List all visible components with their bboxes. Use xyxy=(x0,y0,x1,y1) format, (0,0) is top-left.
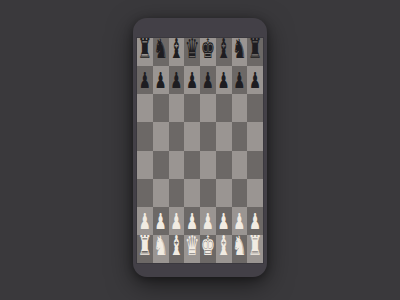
black-pawn: ♟ xyxy=(155,69,167,91)
white-pawn: ♟ xyxy=(171,210,183,232)
white-knight: ♞ xyxy=(153,233,167,260)
black-king: ♚ xyxy=(201,38,215,63)
square-f4[interactable] xyxy=(216,151,232,179)
white-knight: ♞ xyxy=(232,233,246,260)
white-pawn: ♟ xyxy=(234,210,246,232)
square-f7[interactable]: ♟ xyxy=(216,66,232,94)
square-e5[interactable] xyxy=(200,122,216,150)
black-pawn: ♟ xyxy=(234,69,246,91)
square-c1[interactable]: ♝ xyxy=(169,235,185,263)
square-g3[interactable] xyxy=(232,179,248,207)
black-bishop: ♝ xyxy=(169,38,183,63)
square-b5[interactable] xyxy=(153,122,169,150)
square-h3[interactable] xyxy=(247,179,263,207)
square-g4[interactable] xyxy=(232,151,248,179)
square-c6[interactable] xyxy=(169,94,185,122)
white-king: ♚ xyxy=(201,233,215,260)
white-pawn: ♟ xyxy=(139,210,151,232)
square-a7[interactable]: ♟ xyxy=(137,66,153,94)
square-h4[interactable] xyxy=(247,151,263,179)
black-pawn: ♟ xyxy=(218,69,230,91)
black-rook: ♜ xyxy=(248,38,262,63)
square-b3[interactable] xyxy=(153,179,169,207)
square-a6[interactable] xyxy=(137,94,153,122)
square-g7[interactable]: ♟ xyxy=(232,66,248,94)
square-c2[interactable]: ♟ xyxy=(169,207,185,235)
black-pawn: ♟ xyxy=(171,69,183,91)
square-g1[interactable]: ♞ xyxy=(232,235,248,263)
square-h2[interactable]: ♟ xyxy=(247,207,263,235)
white-bishop: ♝ xyxy=(216,233,230,260)
square-h7[interactable]: ♟ xyxy=(247,66,263,94)
square-h5[interactable] xyxy=(247,122,263,150)
square-g6[interactable] xyxy=(232,94,248,122)
square-e8[interactable]: ♚ xyxy=(200,38,216,66)
square-f3[interactable] xyxy=(216,179,232,207)
square-b4[interactable] xyxy=(153,151,169,179)
white-pawn: ♟ xyxy=(186,210,198,232)
white-bishop: ♝ xyxy=(169,233,183,260)
square-a8[interactable]: ♜ xyxy=(137,38,153,66)
background: ♜♞♝♛♚♝♞♜♟♟♟♟♟♟♟♟♟♟♟♟♟♟♟♟♜♞♝♛♚♝♞♜ xyxy=(0,0,400,300)
square-e1[interactable]: ♚ xyxy=(200,235,216,263)
square-e7[interactable]: ♟ xyxy=(200,66,216,94)
white-pawn: ♟ xyxy=(218,210,230,232)
square-d6[interactable] xyxy=(184,94,200,122)
phone-frame: ♜♞♝♛♚♝♞♜♟♟♟♟♟♟♟♟♟♟♟♟♟♟♟♟♜♞♝♛♚♝♞♜ xyxy=(133,18,267,277)
square-c3[interactable] xyxy=(169,179,185,207)
square-a3[interactable] xyxy=(137,179,153,207)
square-d8[interactable]: ♛ xyxy=(184,38,200,66)
black-pawn: ♟ xyxy=(186,69,198,91)
white-pawn: ♟ xyxy=(202,210,214,232)
square-c4[interactable] xyxy=(169,151,185,179)
square-d3[interactable] xyxy=(184,179,200,207)
white-queen: ♛ xyxy=(185,233,199,260)
square-d7[interactable]: ♟ xyxy=(184,66,200,94)
square-a2[interactable]: ♟ xyxy=(137,207,153,235)
square-c7[interactable]: ♟ xyxy=(169,66,185,94)
square-h8[interactable]: ♜ xyxy=(247,38,263,66)
square-h6[interactable] xyxy=(247,94,263,122)
square-f6[interactable] xyxy=(216,94,232,122)
square-e2[interactable]: ♟ xyxy=(200,207,216,235)
square-c5[interactable] xyxy=(169,122,185,150)
square-e4[interactable] xyxy=(200,151,216,179)
square-d4[interactable] xyxy=(184,151,200,179)
black-queen: ♛ xyxy=(185,38,199,63)
black-rook: ♜ xyxy=(138,38,152,63)
black-pawn: ♟ xyxy=(139,69,151,91)
white-rook: ♜ xyxy=(138,233,152,260)
chess-board: ♜♞♝♛♚♝♞♜♟♟♟♟♟♟♟♟♟♟♟♟♟♟♟♟♜♞♝♛♚♝♞♜ xyxy=(137,38,263,263)
black-pawn: ♟ xyxy=(202,69,214,91)
square-e6[interactable] xyxy=(200,94,216,122)
white-pawn: ♟ xyxy=(249,210,261,232)
square-f1[interactable]: ♝ xyxy=(216,235,232,263)
square-g2[interactable]: ♟ xyxy=(232,207,248,235)
black-pawn: ♟ xyxy=(249,69,261,91)
square-a4[interactable] xyxy=(137,151,153,179)
square-b7[interactable]: ♟ xyxy=(153,66,169,94)
square-b8[interactable]: ♞ xyxy=(153,38,169,66)
white-rook: ♜ xyxy=(248,233,262,260)
square-b6[interactable] xyxy=(153,94,169,122)
white-pawn: ♟ xyxy=(155,210,167,232)
square-c8[interactable]: ♝ xyxy=(169,38,185,66)
square-a5[interactable] xyxy=(137,122,153,150)
square-b2[interactable]: ♟ xyxy=(153,207,169,235)
square-d2[interactable]: ♟ xyxy=(184,207,200,235)
square-b1[interactable]: ♞ xyxy=(153,235,169,263)
square-f5[interactable] xyxy=(216,122,232,150)
square-e3[interactable] xyxy=(200,179,216,207)
black-bishop: ♝ xyxy=(216,38,230,63)
square-f8[interactable]: ♝ xyxy=(216,38,232,66)
black-knight: ♞ xyxy=(153,38,167,63)
square-a1[interactable]: ♜ xyxy=(137,235,153,263)
square-g5[interactable] xyxy=(232,122,248,150)
square-h1[interactable]: ♜ xyxy=(247,235,263,263)
square-d1[interactable]: ♛ xyxy=(184,235,200,263)
square-f2[interactable]: ♟ xyxy=(216,207,232,235)
black-knight: ♞ xyxy=(232,38,246,63)
square-g8[interactable]: ♞ xyxy=(232,38,248,66)
square-d5[interactable] xyxy=(184,122,200,150)
